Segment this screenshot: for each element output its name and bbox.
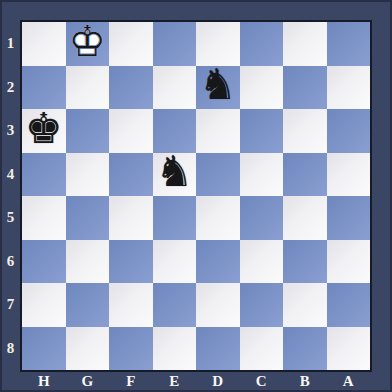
file-label-b: B — [283, 371, 327, 391]
square-g3[interactable] — [66, 109, 110, 153]
square-e6[interactable] — [153, 240, 197, 284]
square-d2[interactable]: ♞ — [196, 66, 240, 110]
square-a8[interactable] — [327, 327, 371, 371]
square-e7[interactable] — [153, 283, 197, 327]
rank-label-8: 8 — [0, 327, 21, 371]
rank-labels: 12345678 — [0, 22, 21, 370]
square-g1[interactable]: ♚♔ — [66, 22, 110, 66]
square-b3[interactable] — [283, 109, 327, 153]
rank-label-7: 7 — [0, 283, 21, 327]
square-c7[interactable] — [240, 283, 284, 327]
square-a1[interactable] — [327, 22, 371, 66]
black-knight[interactable]: ♞ — [196, 66, 240, 110]
square-d1[interactable] — [196, 22, 240, 66]
black-king[interactable]: ♚ — [22, 109, 66, 153]
square-f6[interactable] — [109, 240, 153, 284]
square-g7[interactable] — [66, 283, 110, 327]
square-c5[interactable] — [240, 196, 284, 240]
square-b6[interactable] — [283, 240, 327, 284]
square-f2[interactable] — [109, 66, 153, 110]
square-d4[interactable] — [196, 153, 240, 197]
square-e2[interactable] — [153, 66, 197, 110]
file-label-a: A — [327, 371, 371, 391]
square-g5[interactable] — [66, 196, 110, 240]
square-h3[interactable]: ♚ — [22, 109, 66, 153]
board-frame: ♚♔♞♚♞ 12345678 HGFEDCBA — [0, 0, 392, 392]
file-label-g: G — [66, 371, 110, 391]
square-d5[interactable] — [196, 196, 240, 240]
square-b5[interactable] — [283, 196, 327, 240]
black-knight[interactable]: ♞ — [153, 153, 197, 197]
square-h5[interactable] — [22, 196, 66, 240]
square-b7[interactable] — [283, 283, 327, 327]
rank-label-6: 6 — [0, 240, 21, 284]
square-e4[interactable]: ♞ — [153, 153, 197, 197]
square-a7[interactable] — [327, 283, 371, 327]
square-d6[interactable] — [196, 240, 240, 284]
square-h4[interactable] — [22, 153, 66, 197]
square-g2[interactable] — [66, 66, 110, 110]
square-c8[interactable] — [240, 327, 284, 371]
square-a5[interactable] — [327, 196, 371, 240]
square-d3[interactable] — [196, 109, 240, 153]
square-c1[interactable] — [240, 22, 284, 66]
chessboard: ♚♔♞♚♞ — [22, 22, 370, 370]
file-label-f: F — [109, 371, 153, 391]
square-f8[interactable] — [109, 327, 153, 371]
rank-label-4: 4 — [0, 153, 21, 197]
file-label-h: H — [22, 371, 66, 391]
white-king[interactable]: ♚♔ — [66, 22, 110, 66]
square-c6[interactable] — [240, 240, 284, 284]
square-b4[interactable] — [283, 153, 327, 197]
square-h7[interactable] — [22, 283, 66, 327]
rank-label-3: 3 — [0, 109, 21, 153]
square-d8[interactable] — [196, 327, 240, 371]
square-e8[interactable] — [153, 327, 197, 371]
square-f7[interactable] — [109, 283, 153, 327]
rank-label-2: 2 — [0, 66, 21, 110]
square-g4[interactable] — [66, 153, 110, 197]
square-d7[interactable] — [196, 283, 240, 327]
square-e5[interactable] — [153, 196, 197, 240]
square-a6[interactable] — [327, 240, 371, 284]
square-e3[interactable] — [153, 109, 197, 153]
square-h1[interactable] — [22, 22, 66, 66]
square-f4[interactable] — [109, 153, 153, 197]
square-h6[interactable] — [22, 240, 66, 284]
file-label-c: C — [240, 371, 284, 391]
file-label-d: D — [196, 371, 240, 391]
file-labels: HGFEDCBA — [22, 371, 370, 391]
square-a4[interactable] — [327, 153, 371, 197]
square-a2[interactable] — [327, 66, 371, 110]
square-c2[interactable] — [240, 66, 284, 110]
square-b8[interactable] — [283, 327, 327, 371]
square-f1[interactable] — [109, 22, 153, 66]
square-f3[interactable] — [109, 109, 153, 153]
square-c3[interactable] — [240, 109, 284, 153]
square-a3[interactable] — [327, 109, 371, 153]
square-g8[interactable] — [66, 327, 110, 371]
rank-label-5: 5 — [0, 196, 21, 240]
square-b2[interactable] — [283, 66, 327, 110]
file-label-e: E — [153, 371, 197, 391]
square-b1[interactable] — [283, 22, 327, 66]
rank-label-1: 1 — [0, 22, 21, 66]
square-h8[interactable] — [22, 327, 66, 371]
square-c4[interactable] — [240, 153, 284, 197]
square-h2[interactable] — [22, 66, 66, 110]
square-g6[interactable] — [66, 240, 110, 284]
square-e1[interactable] — [153, 22, 197, 66]
square-f5[interactable] — [109, 196, 153, 240]
